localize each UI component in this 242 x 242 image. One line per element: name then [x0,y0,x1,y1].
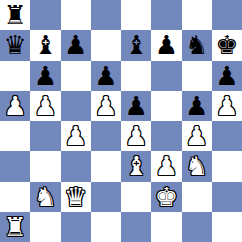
square-h3[interactable] [212,151,242,181]
piece-black-pawn[interactable]: ♟ [155,32,178,58]
square-c8[interactable] [61,0,91,30]
piece-black-pawn[interactable]: ♟ [64,32,87,58]
square-a5[interactable]: ♟ [0,91,30,121]
square-h2[interactable] [212,182,242,212]
square-h1[interactable] [212,212,242,242]
square-b5[interactable]: ♟ [30,91,60,121]
piece-white-pawn[interactable]: ♟ [34,93,57,119]
square-d4[interactable] [91,121,121,151]
piece-white-knight[interactable]: ♞ [34,184,57,210]
square-d8[interactable] [91,0,121,30]
square-c3[interactable] [61,151,91,181]
square-d2[interactable] [91,182,121,212]
piece-black-queen[interactable]: ♛ [3,32,26,58]
square-e4[interactable]: ♟ [121,121,151,151]
piece-white-pawn[interactable]: ♟ [215,93,238,119]
square-h8[interactable] [212,0,242,30]
piece-black-rook[interactable]: ♜ [3,2,26,28]
square-a4[interactable] [0,121,30,151]
piece-black-pawn[interactable]: ♟ [124,93,147,119]
piece-white-pawn[interactable]: ♟ [64,123,87,149]
square-b1[interactable] [30,212,60,242]
piece-white-pawn[interactable]: ♟ [155,153,178,179]
square-e3[interactable]: ♝ [121,151,151,181]
square-c1[interactable] [61,212,91,242]
square-d1[interactable] [91,212,121,242]
square-c4[interactable]: ♟ [61,121,91,151]
square-g7[interactable]: ♞ [182,30,212,60]
square-c5[interactable] [61,91,91,121]
square-h5[interactable]: ♟ [212,91,242,121]
square-f3[interactable]: ♟ [151,151,181,181]
square-e2[interactable] [121,182,151,212]
square-f6[interactable] [151,61,181,91]
square-b2[interactable]: ♞ [30,182,60,212]
chess-board: ♜♛♝♟♝♟♞♚♟♟♟♟♟♟♟♟♟♟♟♟♝♟♞♞♛♚♜ [0,0,242,242]
square-a2[interactable] [0,182,30,212]
square-f4[interactable] [151,121,181,151]
piece-black-knight[interactable]: ♞ [185,32,208,58]
square-g6[interactable] [182,61,212,91]
square-a1[interactable]: ♜ [0,212,30,242]
square-g2[interactable] [182,182,212,212]
piece-black-pawn[interactable]: ♟ [185,93,208,119]
piece-black-bishop[interactable]: ♝ [34,32,57,58]
piece-white-pawn[interactable]: ♟ [124,123,147,149]
square-b4[interactable] [30,121,60,151]
square-e7[interactable]: ♝ [121,30,151,60]
square-e6[interactable] [121,61,151,91]
square-h6[interactable]: ♟ [212,61,242,91]
square-b3[interactable] [30,151,60,181]
square-a6[interactable] [0,61,30,91]
square-h4[interactable] [212,121,242,151]
square-c6[interactable] [61,61,91,91]
square-d7[interactable] [91,30,121,60]
square-b7[interactable]: ♝ [30,30,60,60]
square-g8[interactable] [182,0,212,30]
piece-black-bishop[interactable]: ♝ [124,32,147,58]
piece-white-pawn[interactable]: ♟ [185,123,208,149]
square-e8[interactable] [121,0,151,30]
square-e5[interactable]: ♟ [121,91,151,121]
square-g5[interactable]: ♟ [182,91,212,121]
square-f8[interactable] [151,0,181,30]
piece-white-pawn[interactable]: ♟ [94,93,117,119]
square-d3[interactable] [91,151,121,181]
square-d5[interactable]: ♟ [91,91,121,121]
square-g1[interactable] [182,212,212,242]
square-g3[interactable]: ♞ [182,151,212,181]
piece-white-pawn[interactable]: ♟ [3,93,26,119]
square-f1[interactable] [151,212,181,242]
piece-white-knight[interactable]: ♞ [185,153,208,179]
piece-black-pawn[interactable]: ♟ [94,63,117,89]
square-c7[interactable]: ♟ [61,30,91,60]
piece-black-pawn[interactable]: ♟ [34,63,57,89]
piece-white-queen[interactable]: ♛ [64,184,87,210]
square-a8[interactable]: ♜ [0,0,30,30]
piece-black-pawn[interactable]: ♟ [215,63,238,89]
square-f7[interactable]: ♟ [151,30,181,60]
square-c2[interactable]: ♛ [61,182,91,212]
square-e1[interactable] [121,212,151,242]
square-d6[interactable]: ♟ [91,61,121,91]
square-a7[interactable]: ♛ [0,30,30,60]
piece-white-rook[interactable]: ♜ [3,214,26,240]
square-h7[interactable]: ♚ [212,30,242,60]
square-b6[interactable]: ♟ [30,61,60,91]
square-f5[interactable] [151,91,181,121]
square-b8[interactable] [30,0,60,30]
piece-white-king[interactable]: ♚ [155,184,178,210]
square-g4[interactable]: ♟ [182,121,212,151]
piece-black-king[interactable]: ♚ [215,32,238,58]
piece-white-bishop[interactable]: ♝ [124,153,147,179]
square-a3[interactable] [0,151,30,181]
square-f2[interactable]: ♚ [151,182,181,212]
